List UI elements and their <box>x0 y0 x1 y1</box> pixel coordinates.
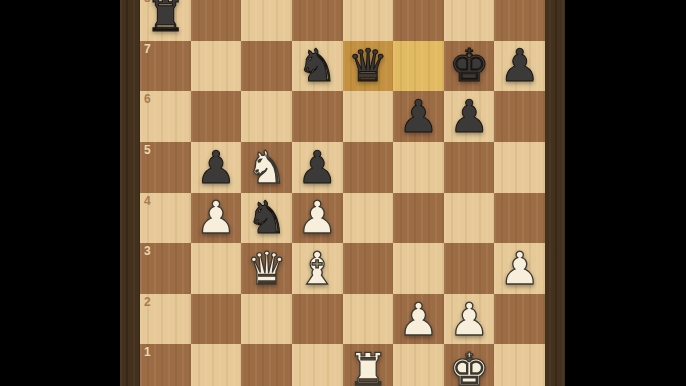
piece-black-pawn-h7[interactable]: ♟ <box>500 43 540 88</box>
square-f8[interactable] <box>393 0 444 41</box>
square-h6[interactable] <box>494 91 545 142</box>
square-g7[interactable]: ♚ <box>444 41 495 92</box>
square-d5[interactable]: ♟ <box>292 142 343 193</box>
square-d7[interactable]: ♞ <box>292 41 343 92</box>
piece-white-pawn-g2[interactable]: ♟ <box>449 297 489 342</box>
square-d6[interactable] <box>292 91 343 142</box>
square-b8[interactable] <box>191 0 242 41</box>
square-d8[interactable] <box>292 0 343 41</box>
square-f4[interactable] <box>393 193 444 244</box>
piece-black-pawn-d5[interactable]: ♟ <box>297 145 337 190</box>
square-e6[interactable] <box>343 91 394 142</box>
square-f7[interactable] <box>393 41 444 92</box>
square-f2[interactable]: ♟ <box>393 294 444 345</box>
square-b6[interactable] <box>191 91 242 142</box>
chessboard-screenshot: 8♜7♞♛♚♟6♟♟5♟♞♟4♟♞♟3♛♝♟2♟♟1♜♚ <box>0 0 686 386</box>
piece-black-rook-a8[interactable]: ♜ <box>145 0 185 38</box>
square-e2[interactable] <box>343 294 394 345</box>
chess-board[interactable]: 8♜7♞♛♚♟6♟♟5♟♞♟4♟♞♟3♛♝♟2♟♟1♜♚ <box>140 0 545 386</box>
square-g1[interactable]: ♚ <box>444 344 495 386</box>
piece-white-king-g1[interactable]: ♚ <box>449 347 489 386</box>
square-a4[interactable]: 4 <box>140 193 191 244</box>
piece-black-knight-c4[interactable]: ♞ <box>246 195 286 240</box>
square-e4[interactable] <box>343 193 394 244</box>
square-e1[interactable]: ♜ <box>343 344 394 386</box>
square-f6[interactable]: ♟ <box>393 91 444 142</box>
square-h1[interactable] <box>494 344 545 386</box>
rank-label-4: 4 <box>144 195 151 207</box>
piece-black-queen-e7[interactable]: ♛ <box>348 43 388 88</box>
square-a8[interactable]: 8♜ <box>140 0 191 41</box>
square-c8[interactable] <box>241 0 292 41</box>
square-f3[interactable] <box>393 243 444 294</box>
square-f5[interactable] <box>393 142 444 193</box>
rank-label-7: 7 <box>144 43 151 55</box>
square-e5[interactable] <box>343 142 394 193</box>
piece-white-pawn-d4[interactable]: ♟ <box>297 195 337 240</box>
square-a1[interactable]: 1 <box>140 344 191 386</box>
square-g5[interactable] <box>444 142 495 193</box>
piece-white-pawn-f2[interactable]: ♟ <box>398 297 438 342</box>
square-e3[interactable] <box>343 243 394 294</box>
square-g8[interactable] <box>444 0 495 41</box>
square-h7[interactable]: ♟ <box>494 41 545 92</box>
square-e8[interactable] <box>343 0 394 41</box>
piece-black-pawn-f6[interactable]: ♟ <box>398 94 438 139</box>
left-letterbox <box>0 0 120 386</box>
rank-label-6: 6 <box>144 93 151 105</box>
square-a7[interactable]: 7 <box>140 41 191 92</box>
square-c4[interactable]: ♞ <box>241 193 292 244</box>
square-c7[interactable] <box>241 41 292 92</box>
square-d3[interactable]: ♝ <box>292 243 343 294</box>
square-b2[interactable] <box>191 294 242 345</box>
square-d4[interactable]: ♟ <box>292 193 343 244</box>
piece-black-pawn-b5[interactable]: ♟ <box>196 145 236 190</box>
square-h5[interactable] <box>494 142 545 193</box>
square-b7[interactable] <box>191 41 242 92</box>
square-e7[interactable]: ♛ <box>343 41 394 92</box>
rank-label-1: 1 <box>144 346 151 358</box>
square-a6[interactable]: 6 <box>140 91 191 142</box>
square-h2[interactable] <box>494 294 545 345</box>
square-a3[interactable]: 3 <box>140 243 191 294</box>
square-f1[interactable] <box>393 344 444 386</box>
square-c3[interactable]: ♛ <box>241 243 292 294</box>
square-g4[interactable] <box>444 193 495 244</box>
square-a2[interactable]: 2 <box>140 294 191 345</box>
square-a5[interactable]: 5 <box>140 142 191 193</box>
square-c5[interactable]: ♞ <box>241 142 292 193</box>
square-g6[interactable]: ♟ <box>444 91 495 142</box>
square-b5[interactable]: ♟ <box>191 142 242 193</box>
square-c6[interactable] <box>241 91 292 142</box>
square-b4[interactable]: ♟ <box>191 193 242 244</box>
square-h4[interactable] <box>494 193 545 244</box>
rank-label-2: 2 <box>144 296 151 308</box>
piece-white-bishop-d3[interactable]: ♝ <box>297 246 337 291</box>
piece-white-rook-e1[interactable]: ♜ <box>348 347 388 386</box>
piece-white-pawn-h3[interactable]: ♟ <box>500 246 540 291</box>
piece-white-pawn-b4[interactable]: ♟ <box>196 195 236 240</box>
piece-black-pawn-g6[interactable]: ♟ <box>449 94 489 139</box>
piece-black-knight-d7[interactable]: ♞ <box>297 43 337 88</box>
square-g3[interactable] <box>444 243 495 294</box>
square-b1[interactable] <box>191 344 242 386</box>
square-d1[interactable] <box>292 344 343 386</box>
square-c2[interactable] <box>241 294 292 345</box>
piece-white-queen-c3[interactable]: ♛ <box>246 246 286 291</box>
square-h3[interactable]: ♟ <box>494 243 545 294</box>
right-letterbox <box>565 0 686 386</box>
square-g2[interactable]: ♟ <box>444 294 495 345</box>
square-h8[interactable] <box>494 0 545 41</box>
rank-label-3: 3 <box>144 245 151 257</box>
square-b3[interactable] <box>191 243 242 294</box>
piece-white-knight-c5[interactable]: ♞ <box>246 145 286 190</box>
piece-black-king-g7[interactable]: ♚ <box>449 43 489 88</box>
square-d2[interactable] <box>292 294 343 345</box>
square-c1[interactable] <box>241 344 292 386</box>
rank-label-5: 5 <box>144 144 151 156</box>
